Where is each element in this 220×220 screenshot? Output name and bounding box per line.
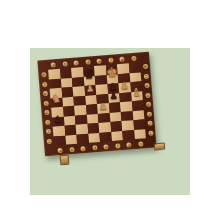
chess-board: aabbccddeeffgghh8877665544332211 ♛♚♟♟♟♞♟… bbox=[37, 52, 156, 157]
coord-medallion-top-g: g bbox=[120, 56, 125, 61]
square-f1 bbox=[111, 131, 123, 141]
coord-medallion-left-7: 7 bbox=[42, 82, 47, 87]
coord-medallion-left-1: 1 bbox=[46, 139, 51, 144]
coord-medallion-right-5: 5 bbox=[145, 92, 150, 97]
coord-medallion-right-8: 8 bbox=[142, 64, 147, 69]
square-d1 bbox=[88, 132, 100, 142]
square-e1 bbox=[99, 131, 111, 141]
coord-medallion-right-4: 4 bbox=[146, 102, 151, 107]
brass-latch-bottom bbox=[60, 155, 70, 166]
coord-medallion-left-8: 8 bbox=[41, 72, 46, 77]
square-h1 bbox=[134, 129, 146, 139]
coord-medallion-left-2: 2 bbox=[45, 129, 50, 134]
square-g1 bbox=[122, 130, 134, 140]
frame-medallions: aabbccddeeffgghh8877665544332211 bbox=[37, 52, 149, 61]
square-a1 bbox=[53, 135, 65, 145]
coord-medallion-top-d: d bbox=[85, 59, 90, 64]
coord-medallion-right-1: 1 bbox=[148, 130, 153, 135]
square-b1 bbox=[65, 134, 77, 144]
coord-medallion-top-a: a bbox=[51, 62, 56, 67]
coord-medallion-left-5: 5 bbox=[43, 101, 48, 106]
coord-medallion-bottom-c: c bbox=[81, 146, 86, 151]
coord-medallion-top-c: c bbox=[74, 60, 79, 65]
square-c1 bbox=[76, 133, 88, 143]
coord-medallion-right-7: 7 bbox=[143, 74, 148, 79]
brass-latch-right bbox=[154, 143, 166, 151]
coord-medallion-top-h: h bbox=[131, 55, 136, 60]
coord-medallion-left-6: 6 bbox=[42, 91, 47, 96]
coord-medallion-top-e: e bbox=[97, 58, 102, 63]
coord-medallion-bottom-f: f bbox=[115, 143, 120, 148]
page-background: aabbccddeeffgghh8877665544332211 ♛♚♟♟♟♞♟… bbox=[0, 0, 220, 220]
coord-medallion-right-3: 3 bbox=[146, 111, 151, 116]
coord-medallion-right-2: 2 bbox=[147, 121, 152, 126]
coord-medallion-bottom-h: h bbox=[138, 141, 143, 146]
coord-medallion-left-4: 4 bbox=[44, 110, 49, 115]
coord-medallion-bottom-g: g bbox=[126, 142, 131, 147]
coord-medallion-top-b: b bbox=[62, 61, 67, 66]
coord-medallion-bottom-b: b bbox=[69, 146, 74, 151]
coord-medallion-bottom-a: a bbox=[58, 147, 63, 152]
coord-medallion-bottom-d: d bbox=[92, 145, 97, 150]
coord-medallion-top-f: f bbox=[108, 57, 113, 62]
coord-medallion-bottom-e: e bbox=[103, 144, 108, 149]
product-photo: aabbccddeeffgghh8877665544332211 ♛♚♟♟♟♞♟… bbox=[30, 48, 190, 195]
coord-medallion-right-6: 6 bbox=[144, 83, 149, 88]
coord-medallion-left-3: 3 bbox=[45, 120, 50, 125]
